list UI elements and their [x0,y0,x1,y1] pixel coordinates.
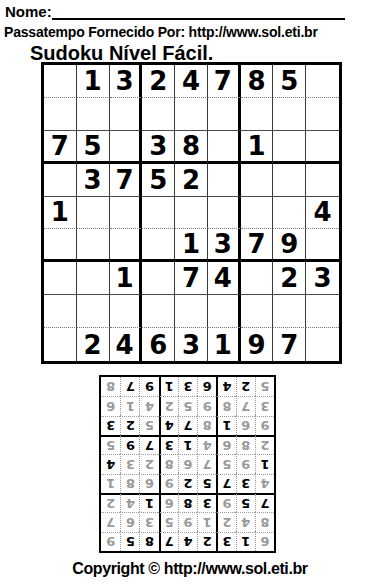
puzzle-cell-r9c1[interactable] [44,328,77,361]
puzzle-cell-r6c2[interactable] [77,229,110,262]
puzzle-cell-r9c7[interactable]: 9 [241,328,274,361]
puzzle-cell-r2c6[interactable] [208,98,241,131]
puzzle-cell-r9c2[interactable]: 2 [77,328,110,361]
puzzle-cell-r8c7[interactable] [241,295,274,328]
solution-cell-r2c9: 7 [101,512,120,531]
solution-cell-r7c5: 7 [178,416,197,435]
puzzle-cell-r3c6[interactable] [208,131,241,164]
solution-cell-r9c6: 1 [159,377,178,396]
puzzle-cell-r5c2[interactable] [77,197,110,230]
puzzle-cell-r4c7[interactable] [241,164,274,197]
puzzle-cell-r5c6[interactable] [208,197,241,230]
puzzle-cell-r8c8[interactable] [273,295,306,328]
puzzle-cell-r3c7[interactable]: 1 [241,131,274,164]
puzzle-cell-r7c8[interactable]: 2 [273,262,306,295]
name-fill-line[interactable] [52,3,345,20]
solution-cell-r2c1: 8 [255,512,274,531]
puzzle-cell-r4c1[interactable] [44,164,77,197]
sudoku-solution-grid-rotated: 6132478598421953677593861424375296811957… [99,375,276,553]
solution-cell-r6c1: 2 [255,435,274,454]
solution-cell-r4c4: 5 [197,474,216,493]
puzzle-cell-r4c2[interactable]: 3 [77,164,110,197]
solution-cell-r1c9: 9 [101,532,120,551]
solution-cell-r8c7: 4 [139,396,158,415]
puzzle-cell-r3c8[interactable] [273,131,306,164]
solution-cell-r3c8: 4 [120,493,139,512]
solution-cell-r4c2: 3 [236,474,255,493]
solution-cell-r4c1: 4 [255,474,274,493]
puzzle-cell-r7c3[interactable]: 1 [110,262,143,295]
puzzle-cell-r8c5[interactable] [175,295,208,328]
solution-cell-r6c2: 8 [236,435,255,454]
solution-cell-r5c8: 3 [120,454,139,473]
puzzle-cell-r1c5[interactable]: 4 [175,65,208,98]
solution-cell-r7c3: 1 [216,416,235,435]
puzzle-cell-r6c6[interactable]: 3 [208,229,241,262]
solution-cell-r2c8: 6 [120,512,139,531]
name-row: Nome: [5,3,377,20]
puzzle-cell-r9c9[interactable] [306,328,339,361]
puzzle-cell-r6c4[interactable] [142,229,175,262]
puzzle-cell-r6c7[interactable]: 7 [241,229,274,262]
solution-cell-r2c3: 2 [216,512,235,531]
solution-cell-r1c6: 7 [159,532,178,551]
solution-cell-r6c6: 3 [159,435,178,454]
puzzle-cell-r7c4[interactable] [142,262,175,295]
solution-cell-r5c9: 4 [101,454,120,473]
puzzle-cell-r6c9[interactable] [306,229,339,262]
puzzle-cell-r8c2[interactable] [77,295,110,328]
solution-cell-r5c1: 1 [255,454,274,473]
sudoku-puzzle-grid[interactable]: 1324785753813752141379174232463197 [41,62,342,364]
solution-cell-r9c7: 9 [139,377,158,396]
puzzle-cell-r7c2[interactable] [77,262,110,295]
solution-cell-r7c6: 4 [159,416,178,435]
solution-cell-r8c6: 2 [159,396,178,415]
puzzle-cell-r7c6[interactable]: 4 [208,262,241,295]
name-label: Nome: [5,3,52,20]
puzzle-cell-r3c3[interactable] [110,131,143,164]
solution-cell-r1c2: 1 [236,532,255,551]
solution-cell-r8c8: 1 [120,396,139,415]
puzzle-cell-r1c2[interactable]: 1 [77,65,110,98]
solution-cell-r6c8: 9 [120,435,139,454]
puzzle-cell-r1c7[interactable]: 8 [241,65,274,98]
solution-cell-r8c3: 8 [216,396,235,415]
puzzle-cell-r5c3[interactable] [110,197,143,230]
solution-cell-r1c5: 4 [178,532,197,551]
solution-cell-r9c9: 8 [101,377,120,396]
puzzle-cell-r9c6[interactable]: 1 [208,328,241,361]
puzzle-cell-r4c3[interactable]: 7 [110,164,143,197]
puzzle-cell-r1c1[interactable] [44,65,77,98]
solution-cell-r9c3: 4 [216,377,235,396]
puzzle-cell-r2c1[interactable] [44,98,77,131]
puzzle-cell-r3c2[interactable]: 5 [77,131,110,164]
solution-cell-r7c9: 3 [101,416,120,435]
solution-cell-r8c4: 9 [197,396,216,415]
solution-cell-r5c3: 5 [216,454,235,473]
puzzle-cell-r7c7[interactable] [241,262,274,295]
solution-cell-r2c5: 9 [178,512,197,531]
solution-cell-r5c5: 6 [178,454,197,473]
solution-cell-r3c2: 5 [236,493,255,512]
solution-cell-r4c7: 6 [139,474,158,493]
solution-cell-r9c2: 2 [236,377,255,396]
puzzle-cell-r8c6[interactable] [208,295,241,328]
puzzle-cell-r7c1[interactable] [44,262,77,295]
puzzle-cell-r6c5[interactable]: 1 [175,229,208,262]
copyright-line: Copyright © http://www.sol.eti.br [0,560,380,578]
puzzle-cell-r9c3[interactable]: 4 [110,328,143,361]
solution-cell-r3c9: 2 [101,493,120,512]
solution-cell-r3c7: 1 [139,493,158,512]
solution-cell-r5c6: 8 [159,454,178,473]
solution-cell-r9c4: 6 [197,377,216,396]
solution-cell-r2c4: 1 [197,512,216,531]
puzzle-cell-r2c9[interactable] [306,98,339,131]
solution-cell-r8c1: 3 [255,396,274,415]
solution-cell-r4c8: 8 [120,474,139,493]
solution-cell-r2c6: 5 [159,512,178,531]
solution-cell-r6c7: 7 [139,435,158,454]
solution-cell-r5c2: 9 [236,454,255,473]
puzzle-cell-r2c5[interactable] [175,98,208,131]
solution-cell-r7c8: 2 [120,416,139,435]
puzzle-cell-r7c9[interactable]: 3 [306,262,339,295]
puzzle-cell-r6c3[interactable] [110,229,143,262]
puzzle-cell-r6c8[interactable]: 9 [273,229,306,262]
solution-cell-r7c4: 8 [197,416,216,435]
puzzle-cell-r7c5[interactable]: 7 [175,262,208,295]
puzzle-cell-r2c3[interactable] [110,98,143,131]
puzzle-cell-r6c1[interactable] [44,229,77,262]
puzzle-cell-r4c8[interactable] [273,164,306,197]
solution-cell-r7c2: 6 [236,416,255,435]
solution-cell-r7c1: 9 [255,416,274,435]
puzzle-cell-r1c3[interactable]: 3 [110,65,143,98]
solution-cell-r4c9: 1 [101,474,120,493]
sudoku-worksheet-page: Nome: Passatempo Fornecido Por: http://w… [0,0,380,585]
solution-cell-r2c2: 4 [236,512,255,531]
solution-cell-r1c8: 5 [120,532,139,551]
solution-cell-r2c7: 3 [139,512,158,531]
puzzle-cell-r9c5[interactable]: 3 [175,328,208,361]
solution-cell-r6c5: 1 [178,435,197,454]
solution-cell-r1c4: 2 [197,532,216,551]
solution-cell-r3c4: 3 [197,493,216,512]
solution-cell-r4c5: 2 [178,474,197,493]
puzzle-cell-r8c3[interactable] [110,295,143,328]
solution-cell-r3c1: 7 [255,493,274,512]
solution-cell-r9c1: 5 [255,377,274,396]
puzzle-cell-r1c9[interactable] [306,65,339,98]
puzzle-cell-r5c5[interactable] [175,197,208,230]
solution-cell-r8c5: 5 [178,396,197,415]
puzzle-cell-r5c8[interactable] [273,197,306,230]
solution-cell-r3c6: 6 [159,493,178,512]
puzzle-cell-r2c7[interactable] [241,98,274,131]
puzzle-cell-r1c4[interactable]: 2 [142,65,175,98]
puzzle-cell-r9c4[interactable]: 6 [142,328,175,361]
puzzle-cell-r3c1[interactable]: 7 [44,131,77,164]
solution-cell-r1c3: 3 [216,532,235,551]
provider-line: Passatempo Fornecido Por: http://www.sol… [4,24,318,40]
puzzle-cell-r9c8[interactable]: 7 [273,328,306,361]
puzzle-cell-r2c4[interactable] [142,98,175,131]
puzzle-cell-r4c4[interactable]: 5 [142,164,175,197]
solution-cell-r8c2: 7 [236,396,255,415]
solution-cell-r6c4: 4 [197,435,216,454]
solution-cell-r6c3: 6 [216,435,235,454]
solution-cell-r3c5: 8 [178,493,197,512]
solution-cell-r6c9: 5 [101,435,120,454]
solution-cell-r1c1: 6 [255,532,274,551]
puzzle-cell-r3c4[interactable]: 3 [142,131,175,164]
puzzle-cell-r3c5[interactable]: 8 [175,131,208,164]
puzzle-cell-r5c4[interactable] [142,197,175,230]
solution-cell-r5c4: 7 [197,454,216,473]
solution-cell-r3c3: 9 [216,493,235,512]
puzzle-cell-r8c4[interactable] [142,295,175,328]
solution-cell-r8c9: 6 [101,396,120,415]
puzzle-cell-r8c9[interactable] [306,295,339,328]
puzzle-cell-r1c8[interactable]: 5 [273,65,306,98]
puzzle-cell-r5c9[interactable]: 4 [306,197,339,230]
puzzle-cell-r2c8[interactable] [273,98,306,131]
solution-cell-r9c8: 7 [120,377,139,396]
puzzle-cell-r4c5[interactable]: 2 [175,164,208,197]
puzzle-cell-r5c1[interactable]: 1 [44,197,77,230]
puzzle-cell-r4c9[interactable] [306,164,339,197]
puzzle-cell-r4c6[interactable] [208,164,241,197]
solution-cell-r4c6: 9 [159,474,178,493]
solution-cell-r4c3: 7 [216,474,235,493]
puzzle-cell-r8c1[interactable] [44,295,77,328]
puzzle-cell-r1c6[interactable]: 7 [208,65,241,98]
puzzle-cell-r5c7[interactable] [241,197,274,230]
solution-cell-r9c5: 3 [178,377,197,396]
puzzle-cell-r2c2[interactable] [77,98,110,131]
solution-cell-r7c7: 5 [139,416,158,435]
puzzle-cell-r3c9[interactable] [306,131,339,164]
solution-cell-r5c7: 2 [139,454,158,473]
solution-cell-r1c7: 8 [139,532,158,551]
